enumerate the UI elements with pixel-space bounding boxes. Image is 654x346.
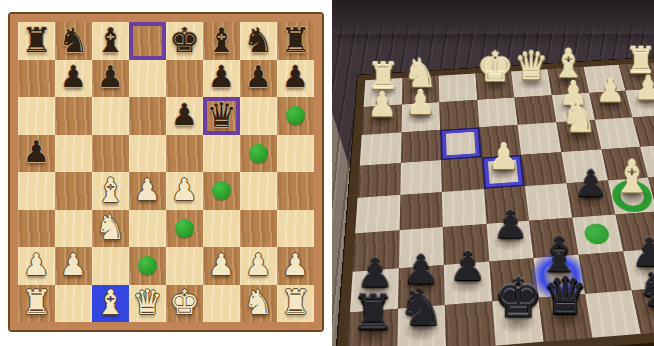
legal-move-dot[interactable] [212, 181, 231, 200]
square-c1[interactable]: ♝ [92, 285, 129, 323]
white-queen-d1-icon[interactable]: ♛ [132, 285, 162, 319]
black-pawn-e6-icon[interactable]: ♟ [171, 100, 198, 130]
square-c3[interactable]: ♞ [92, 210, 129, 248]
square-g3[interactable] [240, 210, 277, 248]
square-c4[interactable]: ♝ [92, 172, 129, 210]
square-b6[interactable] [55, 97, 92, 135]
square-c8[interactable]: ♝ [92, 22, 129, 60]
black-pawn-c5-icon[interactable]: ♟ [562, 144, 619, 201]
square-b5[interactable] [55, 135, 92, 173]
white-bishop-c1-icon[interactable]: ♝ [95, 285, 125, 319]
square-f7[interactable]: ♟ [203, 60, 240, 98]
square-g1[interactable]: ♞ [240, 285, 277, 323]
square-a4[interactable] [18, 172, 55, 210]
square-h6[interactable] [277, 97, 314, 135]
square-h4[interactable] [277, 172, 314, 210]
square-e1[interactable]: ♚ [475, 71, 514, 99]
square-e3[interactable] [166, 210, 203, 248]
square-e2[interactable] [166, 247, 203, 285]
square-e8[interactable]: ♚ [492, 298, 544, 346]
black-king-e8-icon[interactable]: ♚ [486, 260, 551, 325]
square-g3[interactable] [401, 130, 442, 163]
square-c7[interactable]: ♟ [92, 60, 129, 98]
white-rook-a1-icon[interactable]: ♜ [21, 285, 51, 319]
black-rook-h8-icon[interactable]: ♜ [340, 271, 405, 336]
legal-move-dot[interactable] [286, 106, 305, 125]
square-d3[interactable] [129, 210, 166, 248]
background-shelf [332, 0, 654, 34]
square-b3[interactable] [55, 210, 92, 248]
black-pawn-b7-icon[interactable]: ♟ [60, 62, 87, 92]
legal-move-dot[interactable] [175, 219, 194, 238]
square-f8[interactable]: ♝ [203, 22, 240, 60]
square-e8[interactable]: ♚ [166, 22, 203, 60]
black-queen-f6-icon[interactable]: ♛ [206, 98, 236, 132]
app-screenshot: ♜♞♝♚♝♞♜♟♟♟♟♟♟♛♟♝♟♟♞♟♟♟♟♟♜♝♛♚♞♜ ♜♞♚♛♝♜♟♟♟… [0, 0, 654, 346]
board-3d-scene: ♜♞♚♛♝♜♟♟♟♟♟♞♟♟♝♟♟♟♟♝♟♟♜♞♚♛♞♜ [332, 0, 654, 346]
white-pawn-a2-icon[interactable]: ♟ [23, 250, 50, 280]
black-pawn-f7-icon[interactable]: ♟ [208, 62, 235, 92]
square-f6[interactable]: ♛ [203, 97, 240, 135]
square-f4[interactable] [203, 172, 240, 210]
square-b8[interactable]: ♞ [631, 287, 654, 334]
square-d1[interactable]: ♛ [129, 285, 166, 323]
square-g4[interactable] [240, 172, 277, 210]
white-pawn-d4-icon[interactable]: ♟ [134, 175, 161, 205]
square-g7[interactable]: ♟ [240, 60, 277, 98]
square-d5[interactable] [129, 135, 166, 173]
black-knight-b8-icon[interactable]: ♞ [58, 23, 88, 57]
black-rook-a8-icon[interactable]: ♜ [21, 23, 51, 57]
square-b4[interactable] [55, 172, 92, 210]
white-bishop-c4-icon[interactable]: ♝ [95, 173, 125, 207]
white-king-e1-icon[interactable]: ♚ [470, 37, 520, 87]
black-pawn-a5-icon[interactable]: ♟ [23, 137, 50, 167]
square-g2[interactable]: ♟ [240, 247, 277, 285]
square-a3[interactable] [18, 210, 55, 248]
square-d2[interactable] [129, 247, 166, 285]
black-pawn-g7-icon[interactable]: ♟ [245, 62, 272, 92]
square-a7[interactable] [18, 60, 55, 98]
square-d4[interactable]: ♟ [129, 172, 166, 210]
square-h3[interactable] [277, 210, 314, 248]
square-e4[interactable]: ♟ [166, 172, 203, 210]
square-h4[interactable] [358, 163, 401, 198]
black-king-e8-icon[interactable]: ♚ [169, 23, 199, 57]
black-bishop-c8-icon[interactable]: ♝ [95, 23, 125, 57]
white-knight-c3-icon[interactable]: ♞ [552, 85, 605, 138]
square-a5[interactable]: ♟ [18, 135, 55, 173]
legal-move-dot[interactable] [249, 144, 268, 163]
white-pawn-h2-icon[interactable]: ♟ [356, 70, 408, 122]
board-2d-panel: ♜♞♝♚♝♞♜♟♟♟♟♟♟♛♟♝♟♟♞♟♟♟♟♟♜♝♛♚♞♜ [10, 14, 322, 330]
square-b8[interactable]: ♞ [55, 22, 92, 60]
square-c6[interactable] [92, 97, 129, 135]
black-knight-g8-icon[interactable]: ♞ [243, 23, 273, 57]
white-rook-h1-icon[interactable]: ♜ [280, 285, 310, 319]
white-pawn-b2-icon[interactable]: ♟ [60, 250, 87, 280]
square-a8[interactable]: ♜ [18, 22, 55, 60]
square-a6[interactable] [18, 97, 55, 135]
square-c5[interactable]: ♟ [567, 181, 615, 218]
square-d6[interactable] [129, 97, 166, 135]
square-c5[interactable] [92, 135, 129, 173]
square-f1[interactable] [203, 285, 240, 323]
square-c2[interactable] [92, 247, 129, 285]
white-pawn-g2-icon[interactable]: ♟ [245, 250, 272, 280]
square-h2[interactable]: ♟ [362, 104, 402, 135]
white-king-e1-icon[interactable]: ♚ [169, 285, 199, 319]
white-pawn-e4-icon[interactable]: ♟ [171, 175, 198, 205]
square-h1[interactable]: ♜ [277, 285, 314, 323]
square-f3[interactable] [203, 210, 240, 248]
square-b7[interactable]: ♟ [55, 60, 92, 98]
square-d8[interactable] [129, 22, 166, 60]
white-knight-c3-icon[interactable]: ♞ [95, 210, 125, 244]
black-pawn-h7-icon[interactable]: ♟ [282, 62, 309, 92]
black-bishop-f8-icon[interactable]: ♝ [206, 23, 236, 57]
square-b1[interactable] [55, 285, 92, 323]
square-h5[interactable] [277, 135, 314, 173]
square-f2[interactable]: ♟ [203, 247, 240, 285]
white-knight-g1-icon[interactable]: ♞ [243, 285, 273, 319]
legal-move-dot[interactable] [138, 256, 157, 275]
square-e6[interactable]: ♟ [166, 97, 203, 135]
square-a2[interactable]: ♟ [18, 247, 55, 285]
white-pawn-f2-icon[interactable]: ♟ [208, 250, 235, 280]
white-pawn-h2-icon[interactable]: ♟ [282, 250, 309, 280]
square-g4[interactable] [400, 160, 442, 195]
black-knight-b8-icon[interactable]: ♞ [628, 249, 654, 313]
square-f5[interactable] [203, 135, 240, 173]
black-pawn-c7-icon[interactable]: ♟ [97, 62, 124, 92]
square-e7[interactable] [166, 60, 203, 98]
square-e1[interactable]: ♚ [166, 285, 203, 323]
white-pawn-e4-icon[interactable]: ♟ [476, 119, 531, 174]
square-b2[interactable]: ♟ [55, 247, 92, 285]
square-h8[interactable]: ♜ [277, 22, 314, 60]
square-h2[interactable]: ♟ [277, 247, 314, 285]
square-g8[interactable]: ♞ [240, 22, 277, 60]
chess-board-2d: ♜♞♝♚♝♞♜♟♟♟♟♟♟♛♟♝♟♟♞♟♟♟♟♟♜♝♛♚♞♜ [10, 14, 322, 330]
square-g5[interactable] [240, 135, 277, 173]
square-d7[interactable] [129, 60, 166, 98]
square-h3[interactable] [360, 133, 401, 166]
chess-board-3d: ♜♞♚♛♝♜♟♟♟♟♟♞♟♟♝♟♟♟♟♝♟♟♜♞♚♛♞♜ [335, 57, 654, 346]
black-rook-h8-icon[interactable]: ♜ [280, 23, 310, 57]
square-a1[interactable]: ♜ [18, 285, 55, 323]
square-e5[interactable] [166, 135, 203, 173]
square-h8[interactable]: ♜ [347, 309, 398, 346]
square-g6[interactable] [240, 97, 277, 135]
square-h7[interactable]: ♟ [277, 60, 314, 98]
